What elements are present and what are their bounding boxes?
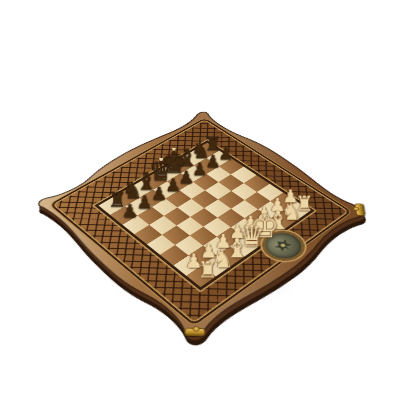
piece-black-pawn[interactable]: ♟ [136,193,152,211]
piece-white-rook[interactable]: ♜ [198,259,219,282]
piece-black-pawn[interactable]: ♟ [121,202,137,220]
brass-clasp-front-icon [184,328,205,337]
scene: ♜♞♝♛♚♝♞♜♟♟♟♟♟♟♟♟♟♟♟♟♟♟♟♟♜♞♝♛♚♝♞♜ [0,0,400,400]
piece-black-pawn[interactable]: ♟ [150,185,166,203]
chess-board: ♜♞♝♛♚♝♞♜♟♟♟♟♟♟♟♟♟♟♟♟♟♟♟♟♜♞♝♛♚♝♞♜ [31,108,370,342]
product-photo: ♜♞♝♛♚♝♞♜♟♟♟♟♟♟♟♟♟♟♟♟♟♟♟♟♜♞♝♛♚♝♞♜ [0,0,400,400]
